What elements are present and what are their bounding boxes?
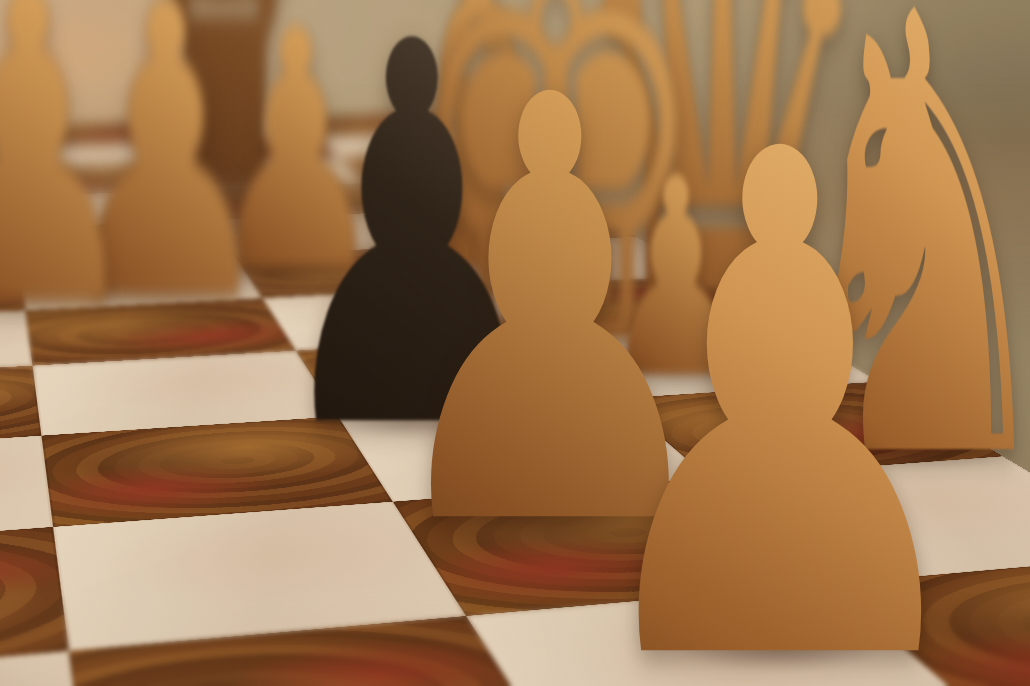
white-pawn-a2[interactable]: ♟ [0, 0, 144, 369]
chessboard-photo-scene: ♜♟♝♟♟♛♚♟♟♞♟♟ [0, 0, 1030, 686]
pieces-layer: ♜♟♝♟♟♛♚♟♟♞♟♟ [0, 0, 1030, 686]
white-pawn-g2[interactable]: ♟ [569, 64, 992, 686]
